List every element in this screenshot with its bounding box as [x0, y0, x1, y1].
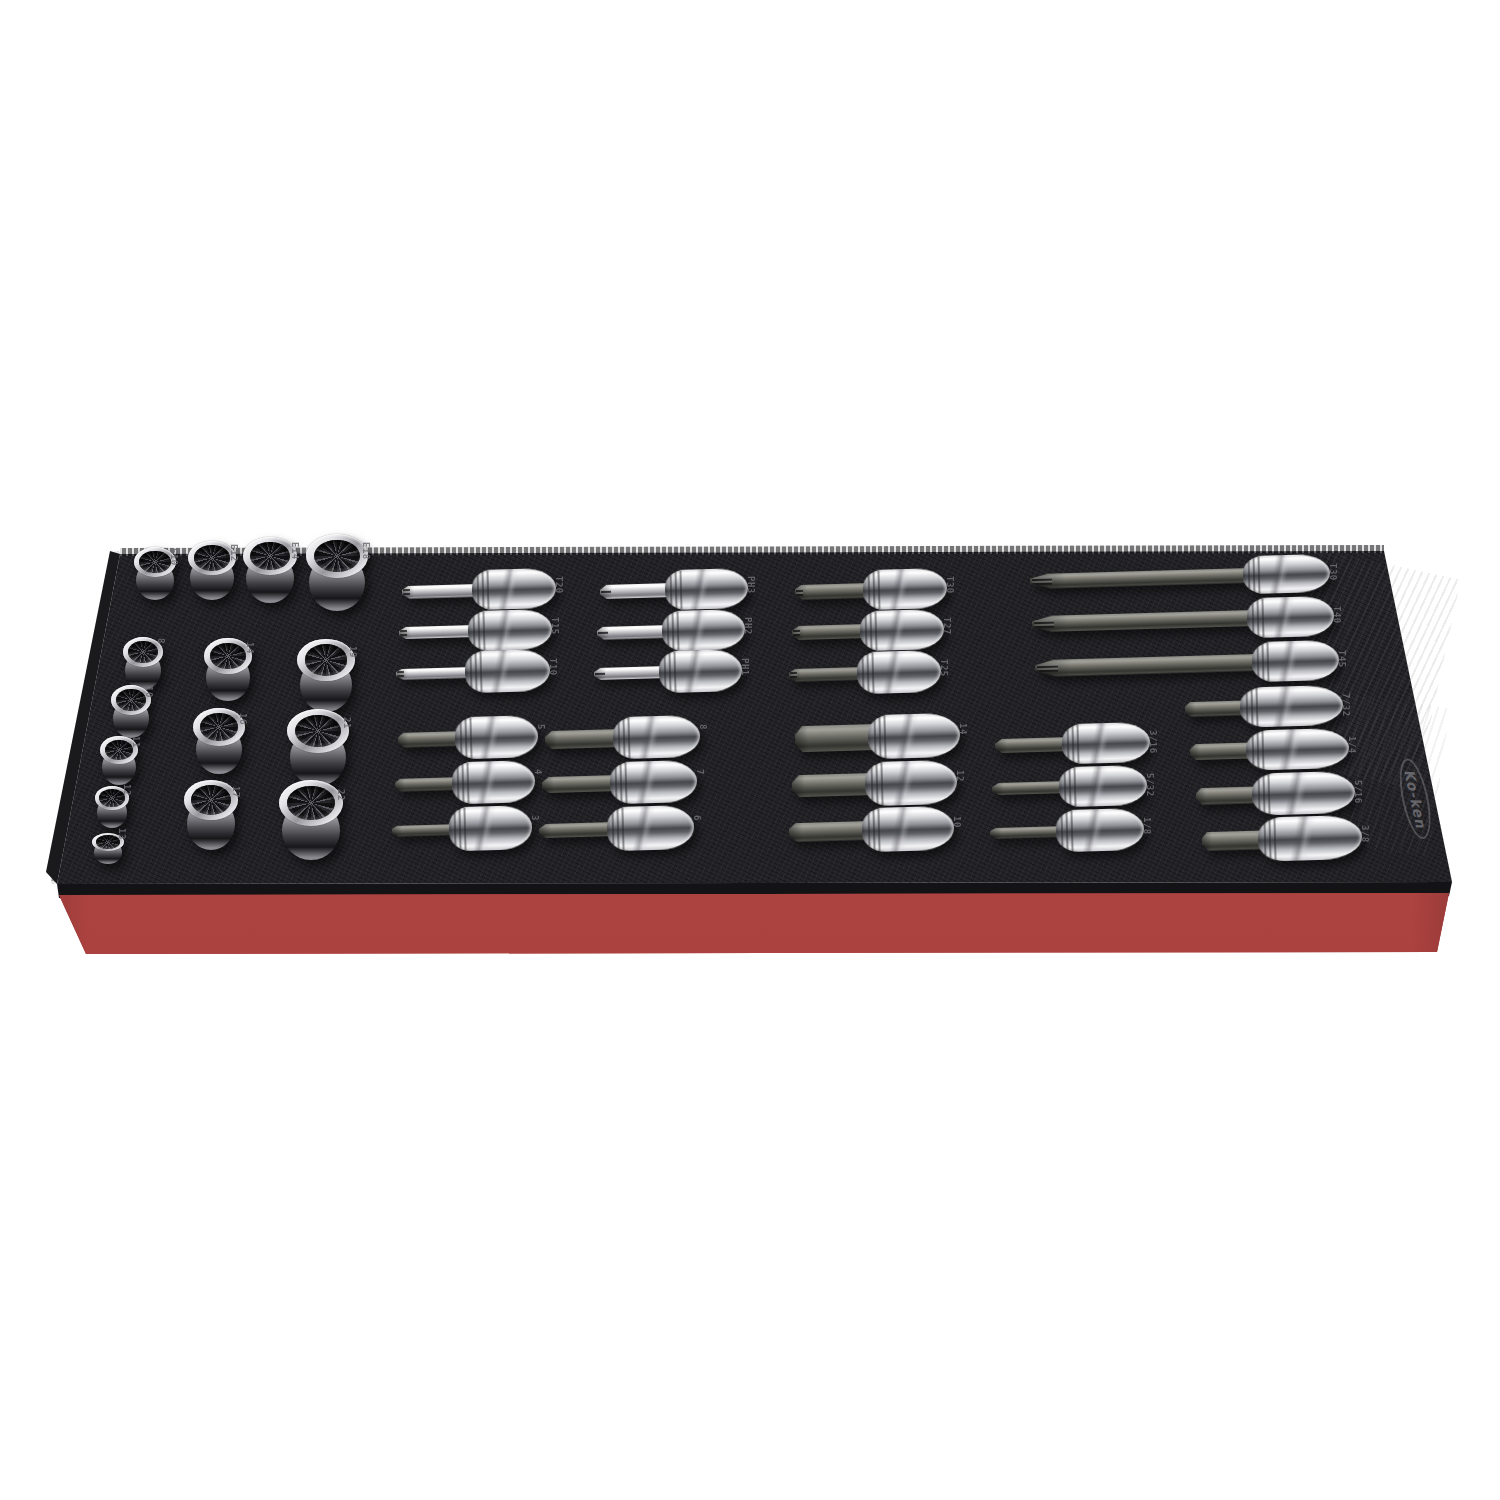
socket-cylinder [661, 609, 745, 651]
bit-shaft [1032, 610, 1255, 632]
bit-shaft [1196, 786, 1260, 805]
bit-size-label: 14 [958, 723, 968, 735]
torx-bit-T27 [791, 609, 944, 653]
hex-bit-12mm [791, 760, 957, 809]
socket-cylinder [867, 713, 960, 760]
hex-bit-6mm [538, 805, 694, 853]
phillips-bit-PH3 [599, 568, 748, 612]
bit-shaft [992, 781, 1067, 795]
socket-cylinder [1251, 640, 1339, 682]
bit-shaft [539, 822, 615, 838]
socket-opening [128, 641, 158, 663]
hex-bit-7mm [541, 760, 697, 806]
bit-size-label: 7 [695, 769, 705, 775]
socket-size-label: E18 [361, 542, 371, 560]
bit-shaft [399, 625, 476, 639]
torx-bit-T20 [401, 568, 556, 612]
bit-shaft [597, 625, 670, 640]
hex-bit-1-8in [989, 808, 1144, 854]
socket-cylinder [1061, 722, 1150, 764]
socket-cylinder [1246, 596, 1334, 638]
product-photo: Ko-ken E10E12E14E18810111213141617192122… [0, 0, 1500, 1500]
socket-size-label: 10 [144, 686, 154, 698]
long-torx-bit-T30 [1030, 554, 1331, 600]
hex-bit-3-16in [994, 722, 1150, 766]
socket-opening [200, 713, 239, 741]
hex-bit-3mm [391, 805, 532, 853]
bit-size-label: 3/16 [1148, 730, 1158, 754]
socket-cylinder [451, 760, 535, 804]
long-hex-bit-3-8in [1201, 815, 1362, 863]
socket-size-label: 8 [156, 638, 166, 644]
bit-size-label: T30 [1328, 563, 1338, 581]
socket-size-label: 13 [117, 828, 127, 840]
socket-cylinder [1239, 685, 1343, 728]
socket-rim [243, 537, 297, 575]
bit-size-label: T40 [1332, 606, 1342, 624]
socket-cylinder [448, 805, 532, 851]
bit-size-label: 6 [692, 815, 702, 821]
socket-cylinder [606, 805, 694, 851]
bit-shaft [1185, 700, 1248, 717]
bit-shaft [398, 731, 463, 748]
hex-bit-14mm [794, 713, 960, 762]
socket-cylinder [664, 568, 748, 610]
socket-cylinder [856, 650, 941, 694]
socket-cylinder [467, 609, 552, 651]
bit-shaft [795, 724, 877, 752]
bit-shaft [1202, 830, 1267, 851]
socket-cylinder [862, 568, 947, 610]
bit-shaft [545, 729, 621, 749]
bit-shaft [789, 821, 870, 842]
bit-size-label: T30 [945, 576, 955, 594]
bit-shaft [392, 824, 457, 837]
phillips-bit-PH1 [593, 649, 742, 695]
bit-size-label: 12 [955, 770, 965, 782]
socket-size-label: 21 [342, 717, 352, 729]
bit-size-label: 10 [952, 816, 962, 828]
bit-size-label: T25 [939, 659, 949, 677]
bit-shaft [795, 583, 871, 600]
socket-cylinder [609, 760, 697, 804]
socket-cylinder [859, 609, 944, 651]
bit-size-label: T45 [1337, 650, 1347, 668]
bit-shaft [995, 737, 1070, 753]
socket-rim [184, 780, 238, 820]
tool-layer: E10E12E14E18810111213141617192122T20T15T… [0, 0, 1500, 1500]
socket-cylinder [1055, 808, 1144, 852]
phillips-bit-PH2 [596, 609, 745, 653]
socket-opening [99, 789, 124, 807]
bit-size-label: PH2 [743, 617, 753, 635]
bit-size-label: 3/8 [1360, 825, 1370, 843]
bit-shaft [600, 583, 673, 599]
socket-opening [139, 551, 170, 573]
bit-shaft [792, 624, 868, 640]
long-torx-bit-T45 [1035, 640, 1340, 688]
torx-bit-T25 [788, 650, 941, 696]
socket-cylinder [658, 649, 742, 693]
bit-size-label: 5/32 [1145, 773, 1155, 797]
socket-cylinder [612, 715, 700, 759]
socket-size-label: 19 [348, 646, 358, 658]
bit-shaft [402, 583, 480, 598]
bit-size-label: 5/16 [1353, 780, 1363, 804]
bit-size-label: 5 [536, 724, 546, 730]
spline-socket-17 [184, 780, 238, 868]
bit-shaft [1030, 568, 1251, 589]
socket-rim [297, 639, 355, 681]
long-hex-bit-5-16in [1195, 771, 1355, 817]
bit-size-label: T10 [548, 658, 558, 676]
bit-size-label: 4 [533, 769, 543, 775]
socket-cylinder [1251, 771, 1355, 816]
bit-shaft [594, 666, 667, 680]
bit-size-label: T20 [554, 576, 564, 594]
bit-shaft [1035, 653, 1260, 676]
bit-size-label: 1/8 [1142, 817, 1152, 835]
socket-cylinder [1257, 815, 1362, 862]
long-hex-bit-1-4in [1189, 728, 1349, 772]
bit-shaft [542, 775, 618, 793]
bit-size-label: T27 [942, 617, 952, 635]
torx-bit-T15 [398, 609, 552, 653]
bit-shaft [1190, 742, 1254, 760]
socket-cylinder [1245, 728, 1349, 771]
socket-cylinder [1058, 765, 1147, 807]
bit-shaft [792, 773, 874, 797]
socket-opening [105, 740, 133, 761]
socket-cylinder [464, 649, 550, 693]
socket-size-label: 12 [122, 784, 132, 796]
hex-bit-5mm [397, 715, 538, 761]
socket-size-label: 16 [238, 713, 248, 725]
socket-size-label: E10 [169, 548, 179, 566]
e-socket-E18 [306, 534, 368, 631]
socket-rim [306, 534, 368, 578]
e-socket-E14 [243, 537, 297, 621]
long-torx-bit-T40 [1032, 596, 1335, 644]
socket-opening [314, 540, 360, 573]
socket-opening [305, 644, 348, 675]
bit-size-label: 1/4 [1347, 736, 1357, 754]
socket-rim [287, 709, 349, 753]
socket-size-label: 14 [245, 642, 255, 654]
socket-size-label: 11 [131, 736, 141, 748]
socket-rim [279, 780, 343, 826]
bit-size-label: 3 [530, 815, 540, 821]
socket-opening [191, 785, 231, 815]
socket-size-label: 17 [231, 786, 241, 798]
socket-opening [194, 545, 230, 570]
bit-size-label: PH3 [746, 576, 756, 594]
torx-bit-T30 [794, 568, 947, 612]
long-hex-bit-7-32in [1184, 685, 1343, 729]
bit-shaft [396, 667, 473, 680]
torx-bit-T10 [395, 649, 550, 695]
bit-shaft [990, 826, 1064, 839]
socket-opening [210, 643, 246, 670]
socket-cylinder [864, 760, 957, 807]
bit-size-label: 8 [698, 724, 708, 730]
bit-shaft [789, 667, 865, 682]
socket-opening [116, 689, 146, 711]
socket-opening [287, 786, 334, 820]
bit-size-label: T15 [550, 617, 560, 635]
spline-socket-22 [279, 780, 343, 881]
socket-opening [295, 715, 341, 748]
hex-bit-4mm [394, 760, 535, 806]
bit-shaft [395, 777, 460, 792]
socket-cylinder [471, 568, 556, 610]
hex-bit-5-32in [991, 765, 1147, 809]
socket-cylinder [454, 715, 538, 759]
hex-bit-10mm [788, 806, 954, 855]
socket-size-label: 22 [336, 789, 346, 801]
socket-cylinder [861, 806, 954, 853]
socket-size-label: E12 [229, 544, 239, 562]
socket-opening [250, 542, 290, 570]
bit-size-label: 7/32 [1341, 693, 1351, 717]
hex-bit-8mm [544, 715, 700, 761]
socket-cylinder [1242, 554, 1330, 594]
bit-size-label: PH1 [740, 658, 750, 676]
socket-size-label: E14 [290, 542, 300, 560]
